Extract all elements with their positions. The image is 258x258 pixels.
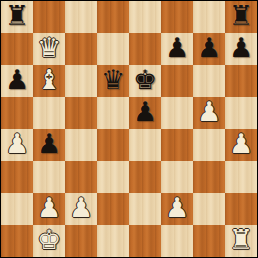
square-e3[interactable] bbox=[129, 161, 161, 193]
square-h2[interactable] bbox=[225, 193, 257, 225]
square-g7[interactable]: ♟ bbox=[193, 33, 225, 65]
black-pawn: ♟ bbox=[165, 33, 189, 64]
square-d4[interactable] bbox=[97, 129, 129, 161]
square-a8[interactable]: ♜ bbox=[1, 1, 33, 33]
square-e1[interactable] bbox=[129, 225, 161, 257]
black-pawn: ♟ bbox=[229, 33, 253, 64]
black-pawn: ♟ bbox=[197, 33, 221, 64]
square-g4[interactable] bbox=[193, 129, 225, 161]
black-rook: ♜ bbox=[5, 1, 29, 32]
square-a3[interactable] bbox=[1, 161, 33, 193]
square-d2[interactable] bbox=[97, 193, 129, 225]
square-f1[interactable] bbox=[161, 225, 193, 257]
square-d6[interactable]: ♛ bbox=[97, 65, 129, 97]
square-h4[interactable]: ♟ bbox=[225, 129, 257, 161]
square-f3[interactable] bbox=[161, 161, 193, 193]
square-b1[interactable]: ♚ bbox=[33, 225, 65, 257]
black-rook: ♜ bbox=[229, 1, 253, 32]
square-g5[interactable]: ♟ bbox=[193, 97, 225, 129]
black-king: ♚ bbox=[133, 65, 157, 96]
square-e8[interactable] bbox=[129, 1, 161, 33]
white-pawn: ♟ bbox=[69, 193, 93, 224]
square-a6[interactable]: ♟ bbox=[1, 65, 33, 97]
square-f8[interactable] bbox=[161, 1, 193, 33]
white-king: ♚ bbox=[37, 225, 61, 256]
square-g3[interactable] bbox=[193, 161, 225, 193]
chess-board-frame: ♜♜♛♟♟♟♟♝♛♚♟♟♟♟♟♟♟♟♚♜ bbox=[0, 0, 258, 258]
white-pawn: ♟ bbox=[229, 129, 253, 160]
black-queen: ♛ bbox=[101, 65, 125, 96]
white-pawn: ♟ bbox=[197, 97, 221, 128]
chess-board: ♜♜♛♟♟♟♟♝♛♚♟♟♟♟♟♟♟♟♚♜ bbox=[1, 1, 257, 257]
square-g1[interactable] bbox=[193, 225, 225, 257]
black-pawn: ♟ bbox=[37, 129, 61, 160]
square-c2[interactable]: ♟ bbox=[65, 193, 97, 225]
square-d5[interactable] bbox=[97, 97, 129, 129]
square-e5[interactable]: ♟ bbox=[129, 97, 161, 129]
white-pawn: ♟ bbox=[5, 129, 29, 160]
square-a4[interactable]: ♟ bbox=[1, 129, 33, 161]
square-b8[interactable] bbox=[33, 1, 65, 33]
square-c6[interactable] bbox=[65, 65, 97, 97]
square-d3[interactable] bbox=[97, 161, 129, 193]
white-pawn: ♟ bbox=[37, 193, 61, 224]
square-b7[interactable]: ♛ bbox=[33, 33, 65, 65]
square-h3[interactable] bbox=[225, 161, 257, 193]
square-a7[interactable] bbox=[1, 33, 33, 65]
square-f2[interactable]: ♟ bbox=[161, 193, 193, 225]
square-b5[interactable] bbox=[33, 97, 65, 129]
square-c8[interactable] bbox=[65, 1, 97, 33]
square-a1[interactable] bbox=[1, 225, 33, 257]
black-pawn: ♟ bbox=[133, 97, 157, 128]
square-d7[interactable] bbox=[97, 33, 129, 65]
square-e4[interactable] bbox=[129, 129, 161, 161]
square-c3[interactable] bbox=[65, 161, 97, 193]
square-e2[interactable] bbox=[129, 193, 161, 225]
square-f6[interactable] bbox=[161, 65, 193, 97]
square-e6[interactable]: ♚ bbox=[129, 65, 161, 97]
square-g8[interactable] bbox=[193, 1, 225, 33]
square-b4[interactable]: ♟ bbox=[33, 129, 65, 161]
white-bishop: ♝ bbox=[37, 65, 61, 96]
square-e7[interactable] bbox=[129, 33, 161, 65]
square-d1[interactable] bbox=[97, 225, 129, 257]
black-pawn: ♟ bbox=[5, 65, 29, 96]
square-b2[interactable]: ♟ bbox=[33, 193, 65, 225]
square-c7[interactable] bbox=[65, 33, 97, 65]
square-d8[interactable] bbox=[97, 1, 129, 33]
square-g2[interactable] bbox=[193, 193, 225, 225]
square-h6[interactable] bbox=[225, 65, 257, 97]
square-h7[interactable]: ♟ bbox=[225, 33, 257, 65]
square-h5[interactable] bbox=[225, 97, 257, 129]
square-f7[interactable]: ♟ bbox=[161, 33, 193, 65]
white-queen: ♛ bbox=[37, 33, 61, 64]
square-a5[interactable] bbox=[1, 97, 33, 129]
square-b6[interactable]: ♝ bbox=[33, 65, 65, 97]
square-g6[interactable] bbox=[193, 65, 225, 97]
square-f5[interactable] bbox=[161, 97, 193, 129]
white-rook: ♜ bbox=[229, 225, 253, 256]
white-pawn: ♟ bbox=[165, 193, 189, 224]
square-a2[interactable] bbox=[1, 193, 33, 225]
square-c4[interactable] bbox=[65, 129, 97, 161]
square-c5[interactable] bbox=[65, 97, 97, 129]
square-h8[interactable]: ♜ bbox=[225, 1, 257, 33]
square-f4[interactable] bbox=[161, 129, 193, 161]
square-h1[interactable]: ♜ bbox=[225, 225, 257, 257]
square-b3[interactable] bbox=[33, 161, 65, 193]
square-c1[interactable] bbox=[65, 225, 97, 257]
